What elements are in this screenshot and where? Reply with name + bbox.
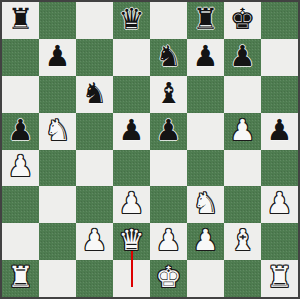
black-pawn-e5[interactable]: ♟	[156, 116, 182, 145]
white-pawn-e2[interactable]: ♟	[156, 226, 182, 255]
square-f8[interactable]: ♜	[187, 2, 224, 39]
square-b8[interactable]	[39, 2, 76, 39]
black-pawn-g7[interactable]: ♟	[230, 42, 256, 71]
square-f1[interactable]	[187, 260, 224, 297]
square-b5[interactable]: ♞	[39, 113, 76, 150]
black-pawn-h5[interactable]: ♟	[267, 116, 293, 145]
black-pawn-b7[interactable]: ♟	[45, 42, 71, 71]
white-rook-a1[interactable]: ♜	[8, 263, 34, 292]
square-b6[interactable]	[39, 76, 76, 113]
square-c2[interactable]: ♟	[76, 223, 113, 260]
white-pawn-d3[interactable]: ♟	[119, 189, 145, 218]
square-a1[interactable]: ♜	[2, 260, 39, 297]
square-b1[interactable]	[39, 260, 76, 297]
black-pawn-d5[interactable]: ♟	[119, 116, 145, 145]
square-d4[interactable]	[113, 150, 150, 187]
square-d8[interactable]: ♛	[113, 2, 150, 39]
square-a8[interactable]: ♜	[2, 2, 39, 39]
white-rook-h1[interactable]: ♜	[267, 263, 293, 292]
black-queen-d8[interactable]: ♛	[119, 5, 145, 34]
square-c8[interactable]	[76, 2, 113, 39]
square-e7[interactable]: ♞	[150, 39, 187, 76]
square-h8[interactable]	[261, 2, 298, 39]
square-e2[interactable]: ♟	[150, 223, 187, 260]
square-b3[interactable]	[39, 186, 76, 223]
square-a7[interactable]	[2, 39, 39, 76]
square-g6[interactable]	[224, 76, 261, 113]
white-pawn-c2[interactable]: ♟	[82, 226, 108, 255]
black-king-g8[interactable]: ♚	[230, 5, 256, 34]
square-c7[interactable]	[76, 39, 113, 76]
white-king-e1[interactable]: ♚	[156, 263, 182, 292]
white-queen-d2[interactable]: ♛	[119, 226, 145, 255]
chess-board: ♜♛♜♚♟♞♟♟♞♝♟♞♟♟♟♟♟♟♞♟♟♛♟♟♝♜♚♜	[2, 2, 298, 297]
black-pawn-a5[interactable]: ♟	[8, 116, 34, 145]
square-g2[interactable]: ♝	[224, 223, 261, 260]
square-b7[interactable]: ♟	[39, 39, 76, 76]
black-pawn-f7[interactable]: ♟	[193, 42, 219, 71]
chess-app: ♜♛♜♚♟♞♟♟♞♝♟♞♟♟♟♟♟♟♞♟♟♛♟♟♝♜♚♜	[0, 0, 300, 299]
white-bishop-g2[interactable]: ♝	[230, 226, 256, 255]
square-h3[interactable]: ♟	[261, 186, 298, 223]
square-a6[interactable]	[2, 76, 39, 113]
white-knight-b5[interactable]: ♞	[45, 116, 71, 145]
square-e8[interactable]	[150, 2, 187, 39]
square-g4[interactable]	[224, 150, 261, 187]
square-h4[interactable]	[261, 150, 298, 187]
square-d2[interactable]: ♛	[113, 223, 150, 260]
square-g8[interactable]: ♚	[224, 2, 261, 39]
square-e5[interactable]: ♟	[150, 113, 187, 150]
square-c6[interactable]: ♞	[76, 76, 113, 113]
square-g7[interactable]: ♟	[224, 39, 261, 76]
square-e6[interactable]: ♝	[150, 76, 187, 113]
square-d1[interactable]	[113, 260, 150, 297]
black-rook-a8[interactable]: ♜	[8, 5, 34, 34]
square-h2[interactable]	[261, 223, 298, 260]
square-g5[interactable]: ♟	[224, 113, 261, 150]
black-rook-f8[interactable]: ♜	[193, 5, 219, 34]
white-pawn-a4[interactable]: ♟	[8, 152, 34, 181]
black-bishop-e6[interactable]: ♝	[156, 79, 182, 108]
square-c1[interactable]	[76, 260, 113, 297]
square-a2[interactable]	[2, 223, 39, 260]
white-pawn-f2[interactable]: ♟	[193, 226, 219, 255]
white-pawn-g5[interactable]: ♟	[230, 116, 256, 145]
white-knight-f3[interactable]: ♞	[193, 189, 219, 218]
square-g3[interactable]	[224, 186, 261, 223]
black-knight-c6[interactable]: ♞	[82, 79, 108, 108]
white-pawn-h3[interactable]: ♟	[267, 189, 293, 218]
square-h5[interactable]: ♟	[261, 113, 298, 150]
square-b4[interactable]	[39, 150, 76, 187]
square-f3[interactable]: ♞	[187, 186, 224, 223]
square-e1[interactable]: ♚	[150, 260, 187, 297]
square-h6[interactable]	[261, 76, 298, 113]
square-a4[interactable]: ♟	[2, 150, 39, 187]
square-c5[interactable]	[76, 113, 113, 150]
square-a3[interactable]	[2, 186, 39, 223]
square-d3[interactable]: ♟	[113, 186, 150, 223]
square-f5[interactable]	[187, 113, 224, 150]
square-a5[interactable]: ♟	[2, 113, 39, 150]
square-d6[interactable]	[113, 76, 150, 113]
square-f6[interactable]	[187, 76, 224, 113]
square-e3[interactable]	[150, 186, 187, 223]
square-f2[interactable]: ♟	[187, 223, 224, 260]
square-h7[interactable]	[261, 39, 298, 76]
square-c4[interactable]	[76, 150, 113, 187]
board-frame: ♜♛♜♚♟♞♟♟♞♝♟♞♟♟♟♟♟♟♞♟♟♛♟♟♝♜♚♜	[0, 0, 300, 299]
square-f4[interactable]	[187, 150, 224, 187]
square-h1[interactable]: ♜	[261, 260, 298, 297]
square-d7[interactable]	[113, 39, 150, 76]
square-g1[interactable]	[224, 260, 261, 297]
square-b2[interactable]	[39, 223, 76, 260]
square-d5[interactable]: ♟	[113, 113, 150, 150]
square-e4[interactable]	[150, 150, 187, 187]
square-c3[interactable]	[76, 186, 113, 223]
square-f7[interactable]: ♟	[187, 39, 224, 76]
black-knight-e7[interactable]: ♞	[156, 42, 182, 71]
